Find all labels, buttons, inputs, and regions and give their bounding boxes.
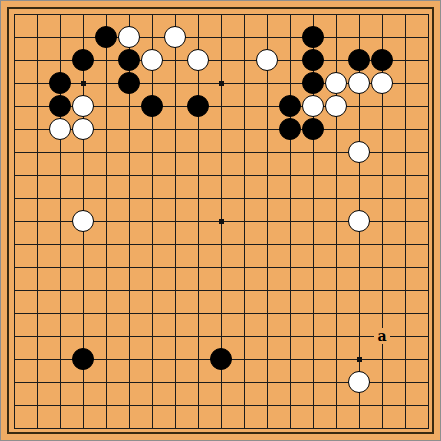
- white-stone: [187, 49, 209, 71]
- grid-line-vertical: [244, 14, 245, 429]
- white-stone: [302, 95, 324, 117]
- black-stone: [302, 118, 324, 140]
- black-stone: [49, 95, 71, 117]
- grid-line-horizontal: [14, 290, 429, 291]
- black-stone: [348, 49, 370, 71]
- star-point: [81, 81, 86, 86]
- black-stone: [302, 26, 324, 48]
- grid-line-vertical: [428, 14, 429, 429]
- black-stone: [49, 72, 71, 94]
- white-stone: [348, 72, 370, 94]
- star-point: [357, 357, 362, 362]
- white-stone: [325, 95, 347, 117]
- white-stone: [348, 141, 370, 163]
- black-stone: [72, 49, 94, 71]
- grid-line-horizontal: [14, 336, 429, 337]
- grid-line-vertical: [290, 14, 291, 429]
- white-stone: [348, 210, 370, 232]
- white-stone: [348, 371, 370, 393]
- star-point: [219, 219, 224, 224]
- star-point: [219, 81, 224, 86]
- black-stone: [302, 49, 324, 71]
- black-stone: [279, 118, 301, 140]
- black-stone: [72, 348, 94, 370]
- black-stone: [371, 49, 393, 71]
- white-stone: [256, 49, 278, 71]
- point-label-patch: a: [374, 328, 390, 344]
- grid-line-horizontal: [14, 428, 429, 429]
- grid-line-horizontal: [14, 244, 429, 245]
- grid-line-horizontal: [14, 313, 429, 314]
- white-stone: [118, 26, 140, 48]
- white-stone: [371, 72, 393, 94]
- point-label: a: [377, 329, 386, 343]
- go-board: a: [0, 0, 441, 441]
- black-stone: [118, 72, 140, 94]
- grid-line-vertical: [267, 14, 268, 429]
- black-stone: [141, 95, 163, 117]
- black-stone: [210, 348, 232, 370]
- white-stone: [164, 26, 186, 48]
- white-stone: [325, 72, 347, 94]
- black-stone: [187, 95, 209, 117]
- white-stone: [49, 118, 71, 140]
- white-stone: [72, 210, 94, 232]
- black-stone: [95, 26, 117, 48]
- grid-line-horizontal: [14, 267, 429, 268]
- grid-line-vertical: [405, 14, 406, 429]
- black-stone: [302, 72, 324, 94]
- grid-line-horizontal: [14, 405, 429, 406]
- black-stone: [118, 49, 140, 71]
- white-stone: [141, 49, 163, 71]
- white-stone: [72, 118, 94, 140]
- black-stone: [279, 95, 301, 117]
- white-stone: [72, 95, 94, 117]
